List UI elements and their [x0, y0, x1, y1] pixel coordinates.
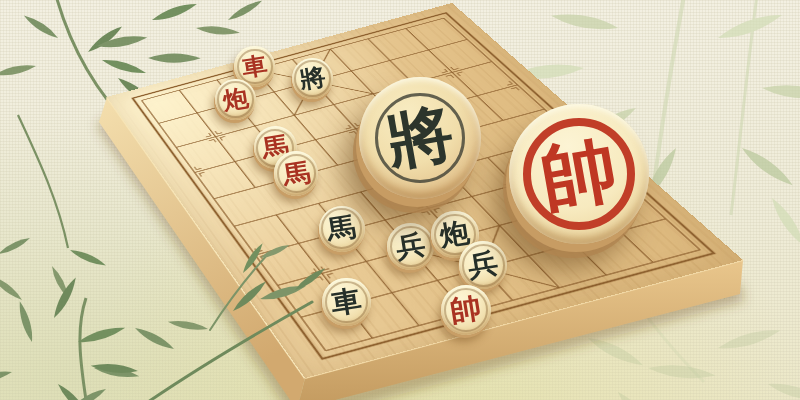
- black-soldier-glyph: 兵: [466, 249, 500, 282]
- piece-red-cannon[interactable]: 炮: [215, 79, 256, 120]
- xiangqi-promo-scene: 車炮將馬馬馬兵炮兵車帥 將 帥: [0, 0, 800, 400]
- decor-piece-red-general: 帥: [509, 104, 649, 244]
- piece-black-horse[interactable]: 馬: [319, 206, 365, 252]
- red-general-glyph: 帥: [535, 132, 622, 216]
- black-general-glyph: 將: [382, 101, 458, 174]
- red-horse-glyph: 馬: [281, 159, 312, 188]
- black-general-glyph: 將: [298, 65, 327, 93]
- red-cannon-glyph: 炮: [221, 86, 250, 114]
- red-general-glyph: 帥: [448, 293, 483, 326]
- pieces-layer: 車炮將馬馬馬兵炮兵車帥: [0, 0, 800, 400]
- black-horse-glyph: 馬: [326, 213, 359, 244]
- piece-red-general[interactable]: 帥: [441, 285, 491, 335]
- decor-piece-black-general: 將: [359, 77, 481, 199]
- piece-black-soldier[interactable]: 兵: [459, 241, 508, 290]
- black-chariot-glyph: 車: [329, 286, 363, 318]
- piece-black-chariot[interactable]: 車: [322, 278, 371, 327]
- piece-red-horse[interactable]: 馬: [274, 151, 318, 195]
- red-chariot-glyph: 車: [241, 53, 269, 80]
- piece-black-general[interactable]: 將: [292, 58, 333, 99]
- piece-black-soldier[interactable]: 兵: [387, 223, 435, 271]
- black-soldier-glyph: 兵: [394, 231, 427, 263]
